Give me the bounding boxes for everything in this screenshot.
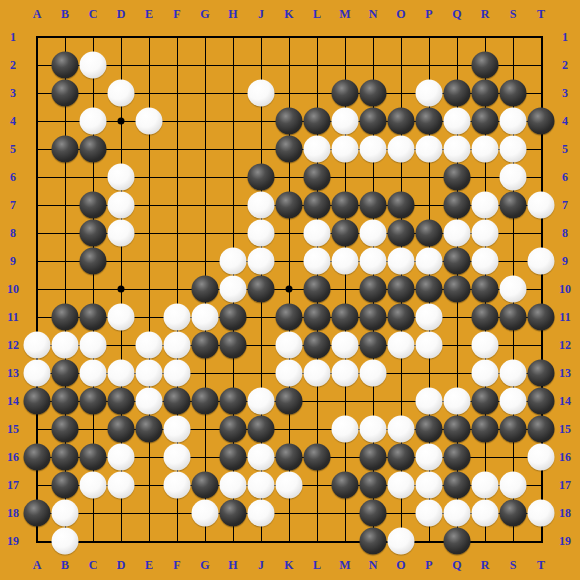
row-label-right-2: 2 [562,59,568,71]
col-label-bottom-O: O [396,559,405,571]
stone-black-B11[interactable] [52,304,79,331]
stone-white-O15[interactable] [388,416,415,443]
stone-white-O9[interactable] [388,248,415,275]
stone-white-D6[interactable] [108,164,135,191]
stone-white-B18[interactable] [52,500,79,527]
stone-white-M13[interactable] [332,360,359,387]
stone-black-N10[interactable] [360,276,387,303]
col-label-bottom-R: R [481,559,490,571]
stone-white-R17[interactable] [472,472,499,499]
stone-white-P12[interactable] [416,332,443,359]
stone-white-J3[interactable] [248,80,275,107]
stone-white-F15[interactable] [164,416,191,443]
stone-black-R11[interactable] [472,304,499,331]
col-label-bottom-L: L [313,559,321,571]
stone-black-N3[interactable] [360,80,387,107]
stone-black-D14[interactable] [108,388,135,415]
stone-white-H9[interactable] [220,248,247,275]
stone-black-C7[interactable] [80,192,107,219]
stone-black-B13[interactable] [52,360,79,387]
stone-black-P10[interactable] [416,276,443,303]
stone-black-B15[interactable] [52,416,79,443]
stone-white-F16[interactable] [164,444,191,471]
col-label-bottom-K: K [284,559,293,571]
stone-black-R15[interactable] [472,416,499,443]
stone-black-M7[interactable] [332,192,359,219]
col-label-top-Q: Q [452,8,461,20]
col-label-top-H: H [228,8,237,20]
stone-white-G18[interactable] [192,500,219,527]
stone-white-Q5[interactable] [444,136,471,163]
stone-white-E14[interactable] [136,388,163,415]
stone-black-L6[interactable] [304,164,331,191]
row-label-right-17: 17 [559,479,571,491]
stone-black-Q15[interactable] [444,416,471,443]
stone-white-J18[interactable] [248,500,275,527]
stone-white-A13[interactable] [24,360,51,387]
stone-black-T13[interactable] [528,360,555,387]
col-label-bottom-F: F [173,559,180,571]
stone-black-J10[interactable] [248,276,275,303]
stone-black-L7[interactable] [304,192,331,219]
row-label-right-19: 19 [559,535,571,547]
stone-white-P11[interactable] [416,304,443,331]
stone-white-D8[interactable] [108,220,135,247]
row-label-left-14: 14 [7,395,19,407]
stone-black-O8[interactable] [388,220,415,247]
stone-white-H17[interactable] [220,472,247,499]
row-label-right-18: 18 [559,507,571,519]
stone-black-K11[interactable] [276,304,303,331]
col-label-top-B: B [61,8,69,20]
col-label-bottom-D: D [117,559,126,571]
stone-black-N18[interactable] [360,500,387,527]
stone-black-K5[interactable] [276,136,303,163]
stone-white-P14[interactable] [416,388,443,415]
row-label-left-19: 19 [7,535,19,547]
row-label-right-3: 3 [562,87,568,99]
stone-white-R8[interactable] [472,220,499,247]
stone-black-E15[interactable] [136,416,163,443]
stone-black-B2[interactable] [52,52,79,79]
stone-white-E4[interactable] [136,108,163,135]
stone-white-C2[interactable] [80,52,107,79]
stone-black-D15[interactable] [108,416,135,443]
row-label-right-14: 14 [559,395,571,407]
stone-white-S17[interactable] [500,472,527,499]
row-label-left-10: 10 [7,283,19,295]
stone-black-H12[interactable] [220,332,247,359]
col-label-bottom-Q: Q [452,559,461,571]
stone-white-D7[interactable] [108,192,135,219]
stone-black-Q7[interactable] [444,192,471,219]
stone-black-M17[interactable] [332,472,359,499]
row-label-left-1: 1 [10,31,16,43]
stone-white-S5[interactable] [500,136,527,163]
stone-black-T4[interactable] [528,108,555,135]
col-label-bottom-J: J [258,559,264,571]
stone-black-H15[interactable] [220,416,247,443]
stone-white-F17[interactable] [164,472,191,499]
stone-white-E13[interactable] [136,360,163,387]
stone-black-L4[interactable] [304,108,331,135]
col-label-top-F: F [173,8,180,20]
stone-white-B19[interactable] [52,528,79,555]
stone-white-J17[interactable] [248,472,275,499]
stone-black-G14[interactable] [192,388,219,415]
col-label-bottom-M: M [339,559,350,571]
col-label-top-T: T [537,8,545,20]
stone-black-R14[interactable] [472,388,499,415]
stone-black-Q6[interactable] [444,164,471,191]
stone-black-B5[interactable] [52,136,79,163]
col-label-bottom-C: C [89,559,98,571]
stone-white-S14[interactable] [500,388,527,415]
stone-black-P15[interactable] [416,416,443,443]
stone-black-B16[interactable] [52,444,79,471]
row-label-left-11: 11 [7,311,18,323]
stone-white-S6[interactable] [500,164,527,191]
stone-black-N17[interactable] [360,472,387,499]
row-label-left-2: 2 [10,59,16,71]
row-label-left-9: 9 [10,255,16,267]
stone-black-O16[interactable] [388,444,415,471]
row-label-left-5: 5 [10,143,16,155]
col-label-bottom-S: S [510,559,517,571]
stone-black-M3[interactable] [332,80,359,107]
stone-white-C4[interactable] [80,108,107,135]
stone-white-N8[interactable] [360,220,387,247]
stone-white-D17[interactable] [108,472,135,499]
stone-black-A18[interactable] [24,500,51,527]
row-label-right-6: 6 [562,171,568,183]
stone-white-Q14[interactable] [444,388,471,415]
stone-black-N16[interactable] [360,444,387,471]
stone-white-P18[interactable] [416,500,443,527]
stone-black-N7[interactable] [360,192,387,219]
stone-black-S15[interactable] [500,416,527,443]
stone-white-J8[interactable] [248,220,275,247]
stone-black-B14[interactable] [52,388,79,415]
stone-white-J14[interactable] [248,388,275,415]
stone-black-N19[interactable] [360,528,387,555]
stone-white-O19[interactable] [388,528,415,555]
col-label-top-K: K [284,8,293,20]
stone-black-G10[interactable] [192,276,219,303]
stone-white-B12[interactable] [52,332,79,359]
stone-black-R3[interactable] [472,80,499,107]
row-label-left-18: 18 [7,507,19,519]
stone-black-F14[interactable] [164,388,191,415]
stone-black-S3[interactable] [500,80,527,107]
stone-black-Q9[interactable] [444,248,471,275]
stone-white-C13[interactable] [80,360,107,387]
stone-black-P8[interactable] [416,220,443,247]
stone-black-R4[interactable] [472,108,499,135]
col-label-top-E: E [145,8,153,20]
stone-black-Q16[interactable] [444,444,471,471]
stone-black-C9[interactable] [80,248,107,275]
stone-black-L12[interactable] [304,332,331,359]
stone-black-B17[interactable] [52,472,79,499]
stone-black-L11[interactable] [304,304,331,331]
stone-white-F11[interactable] [164,304,191,331]
stone-black-R2[interactable] [472,52,499,79]
go-board: AABBCCDDEEFFGGHHJJKKLLMMNNOOPPQQRRSSTT11… [0,0,580,580]
stone-white-D11[interactable] [108,304,135,331]
stone-black-J6[interactable] [248,164,275,191]
col-label-top-M: M [339,8,350,20]
stone-black-L10[interactable] [304,276,331,303]
col-label-bottom-B: B [61,559,69,571]
row-label-left-4: 4 [10,115,16,127]
col-label-top-P: P [425,8,432,20]
stone-black-A14[interactable] [24,388,51,415]
col-label-bottom-N: N [369,559,378,571]
stone-white-E12[interactable] [136,332,163,359]
stone-black-M8[interactable] [332,220,359,247]
stone-white-P9[interactable] [416,248,443,275]
stone-white-R18[interactable] [472,500,499,527]
col-label-top-N: N [369,8,378,20]
row-label-right-13: 13 [559,367,571,379]
stone-black-Q17[interactable] [444,472,471,499]
stone-white-Q8[interactable] [444,220,471,247]
stone-black-A16[interactable] [24,444,51,471]
stone-white-N5[interactable] [360,136,387,163]
stone-black-C5[interactable] [80,136,107,163]
stone-white-P5[interactable] [416,136,443,163]
stone-white-M15[interactable] [332,416,359,443]
stone-black-H11[interactable] [220,304,247,331]
col-label-bottom-P: P [425,559,432,571]
stone-white-R7[interactable] [472,192,499,219]
stone-black-N4[interactable] [360,108,387,135]
stone-white-G11[interactable] [192,304,219,331]
stone-white-O17[interactable] [388,472,415,499]
stone-black-L16[interactable] [304,444,331,471]
stone-black-C14[interactable] [80,388,107,415]
stone-white-R12[interactable] [472,332,499,359]
stone-white-H10[interactable] [220,276,247,303]
stone-white-D3[interactable] [108,80,135,107]
row-label-right-8: 8 [562,227,568,239]
stone-white-Q18[interactable] [444,500,471,527]
stone-black-O7[interactable] [388,192,415,219]
stone-black-S11[interactable] [500,304,527,331]
col-label-top-S: S [510,8,517,20]
stone-black-T14[interactable] [528,388,555,415]
stone-white-R13[interactable] [472,360,499,387]
stone-white-L13[interactable] [304,360,331,387]
star-point-D10 [118,286,125,293]
stone-white-T7[interactable] [528,192,555,219]
stone-black-N12[interactable] [360,332,387,359]
stone-black-R10[interactable] [472,276,499,303]
col-label-top-O: O [396,8,405,20]
col-label-top-J: J [258,8,264,20]
row-label-left-8: 8 [10,227,16,239]
stone-white-K12[interactable] [276,332,303,359]
stone-black-K7[interactable] [276,192,303,219]
stone-white-L8[interactable] [304,220,331,247]
stone-white-R5[interactable] [472,136,499,163]
row-label-right-16: 16 [559,451,571,463]
stone-black-K4[interactable] [276,108,303,135]
row-label-right-10: 10 [559,283,571,295]
stone-white-S10[interactable] [500,276,527,303]
row-label-right-12: 12 [559,339,571,351]
stone-white-F12[interactable] [164,332,191,359]
stone-white-P3[interactable] [416,80,443,107]
stone-white-M9[interactable] [332,248,359,275]
stone-white-S13[interactable] [500,360,527,387]
col-label-top-R: R [481,8,490,20]
stone-black-M11[interactable] [332,304,359,331]
row-label-left-6: 6 [10,171,16,183]
col-label-bottom-T: T [537,559,545,571]
col-label-bottom-E: E [145,559,153,571]
stone-black-J15[interactable] [248,416,275,443]
stone-white-O5[interactable] [388,136,415,163]
stone-black-Q3[interactable] [444,80,471,107]
col-label-bottom-G: G [200,559,209,571]
stone-white-L9[interactable] [304,248,331,275]
stone-black-H14[interactable] [220,388,247,415]
row-label-right-5: 5 [562,143,568,155]
stone-white-M5[interactable] [332,136,359,163]
row-label-left-7: 7 [10,199,16,211]
stone-black-T15[interactable] [528,416,555,443]
stone-white-K17[interactable] [276,472,303,499]
stone-white-D16[interactable] [108,444,135,471]
stone-white-C12[interactable] [80,332,107,359]
stone-white-A12[interactable] [24,332,51,359]
stone-white-J7[interactable] [248,192,275,219]
stone-black-S7[interactable] [500,192,527,219]
stone-white-S4[interactable] [500,108,527,135]
col-label-bottom-H: H [228,559,237,571]
stone-black-T11[interactable] [528,304,555,331]
row-label-left-16: 16 [7,451,19,463]
star-point-K10 [286,286,293,293]
row-label-left-17: 17 [7,479,19,491]
stone-white-P16[interactable] [416,444,443,471]
stone-black-O10[interactable] [388,276,415,303]
row-label-left-3: 3 [10,87,16,99]
stone-black-O11[interactable] [388,304,415,331]
stone-white-K13[interactable] [276,360,303,387]
stone-black-H18[interactable] [220,500,247,527]
row-label-left-13: 13 [7,367,19,379]
col-label-bottom-A: A [33,559,42,571]
stone-black-K16[interactable] [276,444,303,471]
stone-white-L5[interactable] [304,136,331,163]
row-label-left-15: 15 [7,423,19,435]
stone-white-T16[interactable] [528,444,555,471]
row-label-right-11: 11 [559,311,570,323]
row-label-right-7: 7 [562,199,568,211]
stone-black-N11[interactable] [360,304,387,331]
stone-black-G17[interactable] [192,472,219,499]
stone-white-M12[interactable] [332,332,359,359]
row-label-right-4: 4 [562,115,568,127]
stone-white-J16[interactable] [248,444,275,471]
stone-white-O12[interactable] [388,332,415,359]
stone-black-C11[interactable] [80,304,107,331]
stone-white-T18[interactable] [528,500,555,527]
row-label-right-15: 15 [559,423,571,435]
row-label-left-12: 12 [7,339,19,351]
stone-black-G12[interactable] [192,332,219,359]
stone-white-C17[interactable] [80,472,107,499]
stone-white-R9[interactable] [472,248,499,275]
stone-black-Q10[interactable] [444,276,471,303]
stone-black-O4[interactable] [388,108,415,135]
stone-white-Q4[interactable] [444,108,471,135]
col-label-top-A: A [33,8,42,20]
col-label-top-C: C [89,8,98,20]
stone-white-N15[interactable] [360,416,387,443]
stone-black-H16[interactable] [220,444,247,471]
stone-white-T9[interactable] [528,248,555,275]
col-label-top-L: L [313,8,321,20]
col-label-top-G: G [200,8,209,20]
stone-black-K14[interactable] [276,388,303,415]
star-point-D4 [118,118,125,125]
stone-white-M4[interactable] [332,108,359,135]
stone-white-N13[interactable] [360,360,387,387]
stone-black-Q19[interactable] [444,528,471,555]
stone-white-D13[interactable] [108,360,135,387]
stone-black-S18[interactable] [500,500,527,527]
stone-white-J9[interactable] [248,248,275,275]
stone-black-B3[interactable] [52,80,79,107]
stone-white-P17[interactable] [416,472,443,499]
stone-black-C16[interactable] [80,444,107,471]
stone-black-P4[interactable] [416,108,443,135]
stone-black-C8[interactable] [80,220,107,247]
row-label-right-9: 9 [562,255,568,267]
col-label-top-D: D [117,8,126,20]
stone-white-F13[interactable] [164,360,191,387]
row-label-right-1: 1 [562,31,568,43]
stone-white-N9[interactable] [360,248,387,275]
